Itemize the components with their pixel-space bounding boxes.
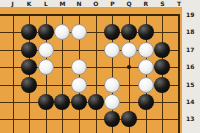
go-board-screen: JKLMNOPQRST1918171615141312 — [0, 0, 200, 133]
white-stone[interactable] — [71, 77, 87, 93]
black-stone[interactable] — [104, 24, 120, 40]
black-stone[interactable] — [138, 24, 154, 40]
row-label: 19 — [186, 12, 194, 18]
white-stone[interactable] — [138, 59, 154, 75]
column-label: J — [11, 0, 13, 7]
column-label: M — [59, 0, 65, 7]
white-stone[interactable] — [71, 24, 87, 40]
grid-line-v — [178, 15, 180, 133]
column-label: Q — [126, 0, 131, 7]
black-stone[interactable] — [154, 42, 170, 58]
white-stone[interactable] — [104, 42, 120, 58]
grid-line-h — [0, 14, 180, 16]
black-stone[interactable] — [121, 111, 137, 127]
row-label: 16 — [186, 64, 194, 70]
white-stone[interactable] — [38, 42, 54, 58]
black-stone[interactable] — [121, 24, 137, 40]
black-stone[interactable] — [21, 24, 37, 40]
black-stone[interactable] — [54, 94, 70, 110]
black-stone[interactable] — [154, 59, 170, 75]
column-label: R — [143, 0, 148, 7]
white-stone[interactable] — [121, 42, 137, 58]
row-label: 13 — [186, 116, 194, 122]
black-stone[interactable] — [21, 42, 37, 58]
white-stone[interactable] — [54, 24, 70, 40]
white-stone[interactable] — [104, 77, 120, 93]
black-stone[interactable] — [88, 94, 104, 110]
black-stone[interactable] — [38, 24, 54, 40]
white-stone[interactable] — [104, 94, 120, 110]
black-stone[interactable] — [21, 59, 37, 75]
row-label: 14 — [186, 99, 194, 105]
grid-line-v — [13, 15, 14, 133]
row-label: 18 — [186, 29, 194, 35]
black-stone[interactable] — [71, 94, 87, 110]
column-label: S — [160, 0, 164, 7]
grid-line-h — [0, 119, 180, 120]
white-stone[interactable] — [138, 77, 154, 93]
column-label: O — [93, 0, 98, 7]
black-stone[interactable] — [154, 77, 170, 93]
black-stone[interactable] — [38, 94, 54, 110]
column-label: K — [27, 0, 32, 7]
black-stone[interactable] — [138, 94, 154, 110]
black-stone[interactable] — [21, 77, 37, 93]
row-label: 17 — [186, 47, 194, 53]
column-label: T — [177, 0, 181, 7]
column-label: P — [110, 0, 114, 7]
grid-line-v — [96, 15, 97, 133]
row-label: 15 — [186, 82, 194, 88]
black-stone[interactable] — [104, 111, 120, 127]
star-point — [127, 65, 131, 69]
white-stone[interactable] — [138, 42, 154, 58]
column-label: N — [77, 0, 82, 7]
column-label: L — [44, 0, 48, 7]
white-stone[interactable] — [38, 59, 54, 75]
white-stone[interactable] — [71, 59, 87, 75]
